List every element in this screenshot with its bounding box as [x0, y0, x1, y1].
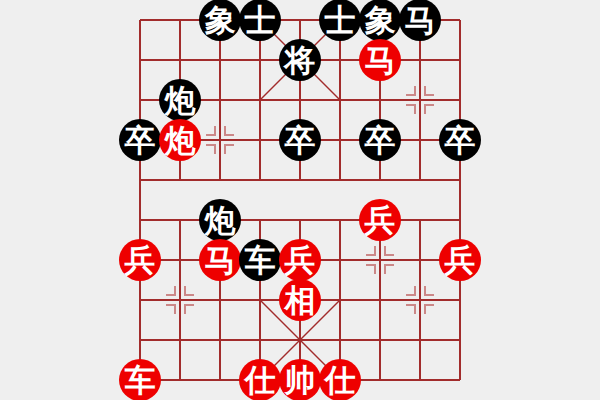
piece-black-soldier[interactable]: 卒	[119, 119, 161, 161]
piece-red-soldier[interactable]: 兵	[439, 239, 481, 281]
piece-red-soldier[interactable]: 兵	[119, 239, 161, 281]
piece-red-horse[interactable]: 马	[199, 239, 241, 281]
board-intersections-grid: 象士士象马将马炮卒炮卒卒卒炮兵兵马车兵兵相车仕帅仕	[120, 0, 480, 400]
piece-black-advisor[interactable]: 士	[239, 0, 281, 41]
piece-black-cannon[interactable]: 炮	[159, 79, 201, 121]
piece-red-horse[interactable]: 马	[359, 39, 401, 81]
piece-black-chariot[interactable]: 车	[239, 239, 281, 281]
piece-red-chariot[interactable]: 车	[119, 359, 161, 400]
piece-black-soldier[interactable]: 卒	[279, 119, 321, 161]
piece-black-soldier[interactable]: 卒	[359, 119, 401, 161]
piece-black-cannon[interactable]: 炮	[199, 199, 241, 241]
piece-black-soldier[interactable]: 卒	[439, 119, 481, 161]
piece-red-soldier[interactable]: 兵	[359, 199, 401, 241]
piece-red-general[interactable]: 帅	[279, 359, 321, 400]
piece-black-general[interactable]: 将	[279, 39, 321, 81]
piece-red-advisor[interactable]: 仕	[239, 359, 281, 400]
xiangqi-board: 象士士象马将马炮卒炮卒卒卒炮兵兵马车兵兵相车仕帅仕	[0, 0, 600, 400]
piece-black-elephant[interactable]: 象	[199, 0, 241, 41]
piece-black-advisor[interactable]: 士	[319, 0, 361, 41]
piece-red-cannon[interactable]: 炮	[159, 119, 201, 161]
piece-red-elephant[interactable]: 相	[279, 279, 321, 321]
piece-black-elephant[interactable]: 象	[359, 0, 401, 41]
piece-red-soldier[interactable]: 兵	[279, 239, 321, 281]
piece-black-horse[interactable]: 马	[399, 0, 441, 41]
piece-red-advisor[interactable]: 仕	[319, 359, 361, 400]
